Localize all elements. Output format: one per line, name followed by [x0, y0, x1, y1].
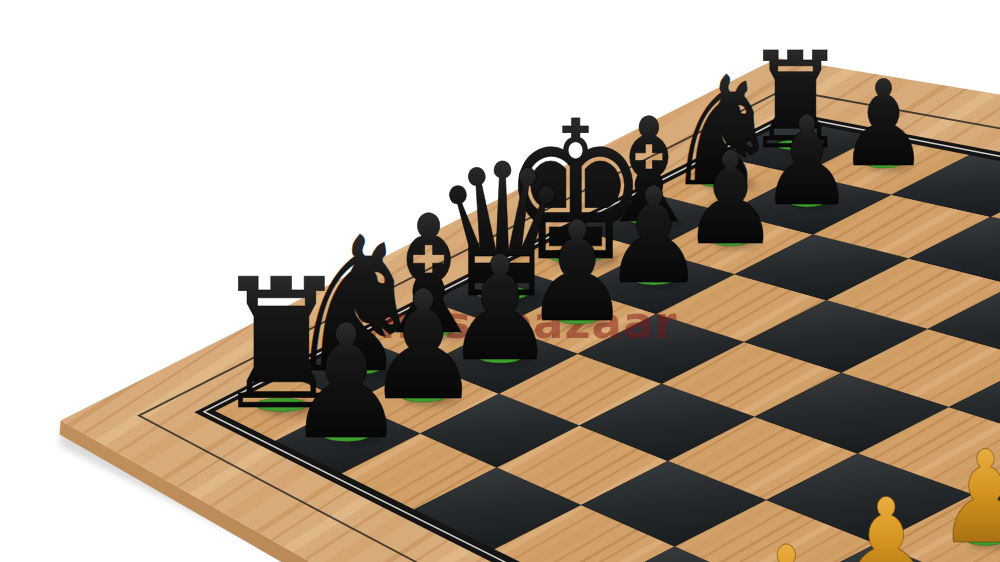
piece-white-pawn-b2: ♟: [836, 470, 937, 562]
piece-glyph-pawn: ♟: [734, 517, 838, 562]
chess-set-product-photo: chessbazaar ♜♟♞♟♝♟♚♟♛♟♝♟♞♟♜♟♟♟♟♟♞♜: [0, 0, 1000, 562]
piece-black-pawn-a7: ♟: [286, 291, 406, 475]
piece-glyph-pawn: ♟: [286, 291, 406, 475]
piece-white-knight-b1: ♞: [955, 503, 1000, 562]
piece-glyph-knight: ♞: [955, 503, 1000, 562]
chess-pieces-layer: ♜♟♞♟♝♟♚♟♛♟♝♟♞♟♜♟♟♟♟♟♞♜: [0, 0, 1000, 562]
piece-white-pawn-a2: ♟: [734, 517, 838, 562]
piece-glyph-pawn: ♟: [836, 470, 937, 562]
